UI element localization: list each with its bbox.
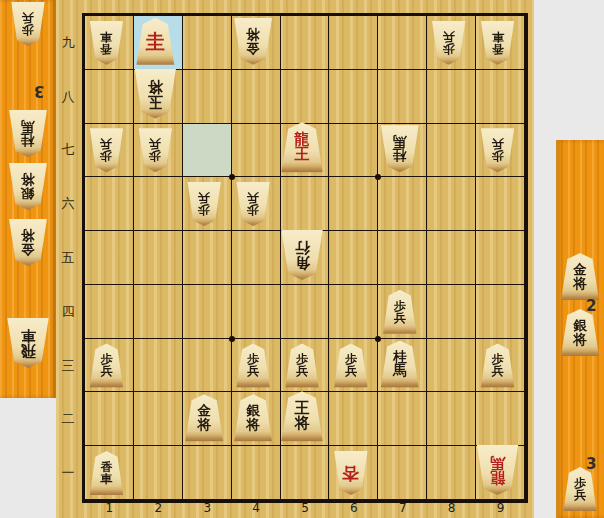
piece-kanji: 歩兵 — [492, 138, 504, 162]
piece-kanji: 龍馬 — [490, 455, 505, 485]
rank-label-六: 六 — [56, 177, 80, 231]
piece-kanji: 角行 — [295, 240, 310, 270]
piece-kanji: 歩兵 — [247, 192, 259, 216]
piece-kanji: 桂馬 — [21, 120, 35, 147]
hand-count-gote-銀将: 2 — [586, 297, 596, 315]
rank-label-五: 五 — [56, 231, 80, 285]
file-label-5: 5 — [281, 500, 330, 516]
star-point — [229, 174, 235, 180]
star-point — [229, 336, 235, 342]
piece-kanji: 金将 — [21, 229, 35, 256]
rank-label-一: 一 — [56, 446, 80, 500]
piece-kanji: 歩兵 — [492, 353, 504, 377]
piece-kanji: 杏 — [342, 465, 359, 482]
rank-label-四: 四 — [56, 285, 80, 339]
piece-kanji: 香車 — [492, 31, 504, 55]
file-label-1: 1 — [85, 500, 134, 516]
piece-kanji: 香車 — [100, 461, 112, 485]
piece-kanji: 圭 — [146, 32, 165, 51]
piece-kanji: 香車 — [100, 31, 112, 55]
piece-kanji: 歩兵 — [394, 300, 406, 324]
hand-count-sente-歩兵: 3 — [34, 82, 44, 100]
piece-kanji: 銀将 — [573, 319, 587, 346]
piece-kanji: 玉将 — [148, 79, 163, 109]
star-point — [375, 174, 381, 180]
rank-label-九: 九 — [56, 16, 80, 70]
piece-kanji: 歩兵 — [296, 353, 308, 377]
shogi-app-screen: 九八七六五四三二一123456789 歩兵3桂馬銀将金将飛車金将銀将2歩兵3 香… — [0, 0, 604, 518]
piece-kanji: 銀将 — [246, 404, 260, 431]
piece-kanji: 歩兵 — [100, 353, 112, 377]
piece-kanji: 歩兵 — [198, 192, 210, 216]
piece-kanji: 銀将 — [21, 173, 35, 200]
piece-kanji: 金将 — [197, 404, 211, 431]
file-label-7: 7 — [378, 500, 427, 516]
piece-kanji: 歩兵 — [443, 31, 455, 55]
piece-kanji: 歩兵 — [247, 353, 259, 377]
piece-kanji: 歩兵 — [22, 12, 34, 36]
piece-kanji: 飛車 — [21, 328, 36, 358]
hand-count-gote-歩兵: 3 — [586, 455, 596, 473]
piece-kanji: 金将 — [573, 263, 587, 290]
piece-kanji: 龍王 — [295, 132, 310, 162]
piece-kanji: 金将 — [246, 28, 260, 55]
file-label-9: 9 — [476, 500, 525, 516]
piece-kanji: 歩兵 — [345, 353, 357, 377]
last-move-origin-highlight — [183, 124, 231, 177]
file-label-4: 4 — [232, 500, 281, 516]
file-label-2: 2 — [134, 500, 183, 516]
file-label-6: 6 — [329, 500, 378, 516]
rank-label-三: 三 — [56, 339, 80, 393]
piece-kanji: 王将 — [295, 401, 310, 431]
piece-kanji: 歩兵 — [100, 138, 112, 162]
rank-label-二: 二 — [56, 392, 80, 446]
rank-label-八: 八 — [56, 70, 80, 124]
piece-kanji: 桂馬 — [393, 350, 407, 377]
star-point — [375, 336, 381, 342]
file-label-8: 8 — [427, 500, 476, 516]
file-label-3: 3 — [183, 500, 232, 516]
piece-kanji: 桂馬 — [393, 135, 407, 162]
piece-kanji: 歩兵 — [149, 138, 161, 162]
rank-label-七: 七 — [56, 124, 80, 178]
piece-kanji: 歩兵 — [574, 477, 586, 501]
